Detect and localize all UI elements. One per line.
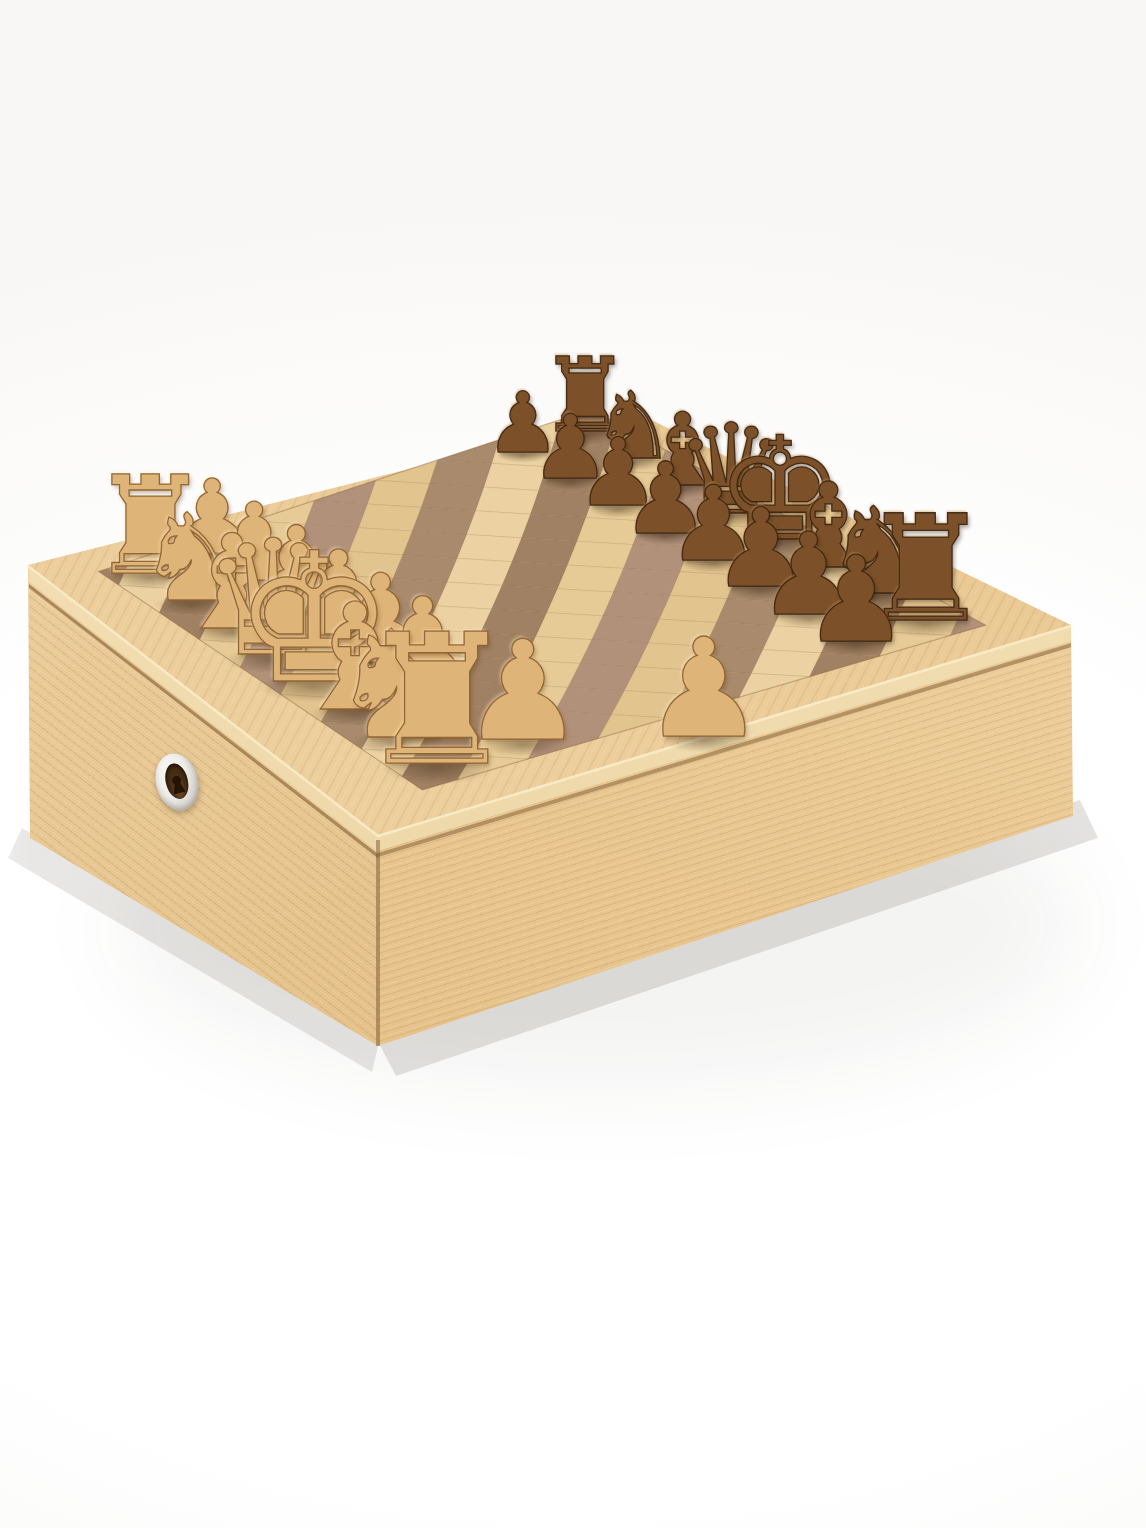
square-b6[interactable] [476,487,539,514]
veneer-diamond [558,565,624,592]
veneer-diamond [421,484,484,511]
square-a5[interactable] [368,480,430,507]
piece-white-pawn[interactable]: ♟ [642,621,765,758]
square-c5[interactable] [457,535,521,562]
piece-black-pawn[interactable]: ♟ [803,540,910,659]
square-b5[interactable] [412,507,475,534]
veneer-diamond [467,511,531,538]
square-a6[interactable] [430,460,492,487]
veneer-diamond [580,640,648,667]
product-photo-chess-box: ♜♟♞♟♝♟♛♟♚♟♟♝♜♟♟♞♞♟♟♜♝♟♟♛♟♚♟♝♟♞♟♜ [0,0,1146,1528]
veneer-diamond [512,538,577,565]
square-d5[interactable] [502,562,567,589]
piece-white-rook[interactable]: ♜ [356,610,518,791]
